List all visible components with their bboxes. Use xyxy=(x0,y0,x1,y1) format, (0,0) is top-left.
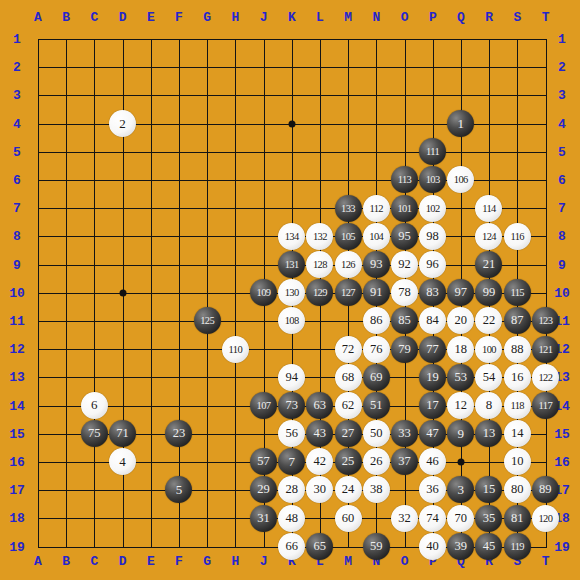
col-label-top-M: M xyxy=(344,11,352,24)
stone-R18-black: 35 xyxy=(475,505,502,532)
row-label-left-15: 15 xyxy=(9,427,25,440)
stone-P16-white: 46 xyxy=(419,448,446,475)
col-label-top-J: J xyxy=(260,11,268,24)
stone-J14-black: 107 xyxy=(250,392,277,419)
stone-O11-black: 85 xyxy=(391,307,418,334)
stone-N7-white: 112 xyxy=(363,195,390,222)
col-label-top-L: L xyxy=(316,11,324,24)
stone-L15-black: 43 xyxy=(306,420,333,447)
stone-T14-black: 117 xyxy=(532,392,559,419)
stone-K10-white: 130 xyxy=(278,279,305,306)
stone-Q11-white: 20 xyxy=(447,307,474,334)
stone-N10-black: 91 xyxy=(363,279,390,306)
stone-R17-black: 15 xyxy=(475,476,502,503)
stone-P15-black: 47 xyxy=(419,420,446,447)
col-label-top-C: C xyxy=(90,11,98,24)
stone-R14-white: 8 xyxy=(475,392,502,419)
row-label-left-7: 7 xyxy=(13,202,21,215)
stone-R11-white: 22 xyxy=(475,307,502,334)
stone-Q12-white: 18 xyxy=(447,336,474,363)
stone-T12-black: 121 xyxy=(532,336,559,363)
stone-S13-white: 16 xyxy=(504,364,531,391)
stone-L19-black: 65 xyxy=(306,533,333,560)
stone-N17-white: 38 xyxy=(363,476,390,503)
stone-O16-black: 37 xyxy=(391,448,418,475)
row-label-left-16: 16 xyxy=(9,456,25,469)
stone-R13-white: 54 xyxy=(475,364,502,391)
stone-P18-white: 74 xyxy=(419,505,446,532)
stone-K14-black: 73 xyxy=(278,392,305,419)
stone-N14-black: 51 xyxy=(363,392,390,419)
stone-P9-white: 96 xyxy=(419,251,446,278)
stone-P5-black: 111 xyxy=(419,138,446,165)
row-label-left-5: 5 xyxy=(13,145,21,158)
stone-O12-black: 79 xyxy=(391,336,418,363)
stone-O15-black: 33 xyxy=(391,420,418,447)
stones-layer: 1234567891012131415161718192021222324252… xyxy=(24,25,560,561)
stone-R15-black: 13 xyxy=(475,420,502,447)
col-label-top-E: E xyxy=(147,11,155,24)
stone-O6-black: 113 xyxy=(391,166,418,193)
row-label-left-13: 13 xyxy=(9,371,25,384)
stone-L16-white: 42 xyxy=(306,448,333,475)
stone-P11-white: 84 xyxy=(419,307,446,334)
stone-M17-white: 24 xyxy=(335,476,362,503)
col-label-top-S: S xyxy=(513,11,521,24)
stone-H12-white: 110 xyxy=(222,336,249,363)
stone-T18-white: 120 xyxy=(532,505,559,532)
stone-P6-black: 103 xyxy=(419,166,446,193)
stone-T13-white: 122 xyxy=(532,364,559,391)
col-label-top-T: T xyxy=(542,11,550,24)
stone-N12-white: 76 xyxy=(363,336,390,363)
stone-Q13-black: 53 xyxy=(447,364,474,391)
stone-D4-white: 2 xyxy=(109,110,136,137)
stone-D15-black: 71 xyxy=(109,420,136,447)
stone-L10-black: 129 xyxy=(306,279,333,306)
stone-P17-white: 36 xyxy=(419,476,446,503)
row-label-left-2: 2 xyxy=(13,61,21,74)
row-label-left-9: 9 xyxy=(13,258,21,271)
col-label-top-R: R xyxy=(485,11,493,24)
stone-C14-white: 6 xyxy=(81,392,108,419)
row-label-left-8: 8 xyxy=(13,230,21,243)
stone-K16-black: 7 xyxy=(278,448,305,475)
stone-S15-white: 14 xyxy=(504,420,531,447)
stone-K18-white: 48 xyxy=(278,505,305,532)
stone-R7-white: 114 xyxy=(475,195,502,222)
stone-Q10-black: 97 xyxy=(447,279,474,306)
row-label-left-18: 18 xyxy=(9,512,25,525)
col-label-top-A: A xyxy=(34,11,42,24)
stone-M13-white: 68 xyxy=(335,364,362,391)
col-label-top-B: B xyxy=(62,11,70,24)
stone-C15-black: 75 xyxy=(81,420,108,447)
col-label-top-P: P xyxy=(429,11,437,24)
stone-Q4-black: 1 xyxy=(447,110,474,137)
stone-L9-white: 128 xyxy=(306,251,333,278)
stone-M15-black: 27 xyxy=(335,420,362,447)
stone-N15-white: 50 xyxy=(363,420,390,447)
stone-S19-black: 119 xyxy=(504,533,531,560)
stone-J18-black: 31 xyxy=(250,505,277,532)
stone-G11-black: 125 xyxy=(194,307,221,334)
stone-R8-white: 124 xyxy=(475,223,502,250)
stone-O18-white: 32 xyxy=(391,505,418,532)
go-board[interactable]: AABBCCDDEEFFGGHHJJKKLLMMNNOOPPQQRRSSTT11… xyxy=(0,0,580,580)
stone-Q6-white: 106 xyxy=(447,166,474,193)
col-label-top-K: K xyxy=(288,11,296,24)
row-label-left-19: 19 xyxy=(9,540,25,553)
stone-R9-black: 21 xyxy=(475,251,502,278)
row-label-left-1: 1 xyxy=(13,33,21,46)
stone-J16-black: 57 xyxy=(250,448,277,475)
stone-P13-black: 19 xyxy=(419,364,446,391)
row-label-left-6: 6 xyxy=(13,174,21,187)
stone-J10-black: 109 xyxy=(250,279,277,306)
stone-M18-white: 60 xyxy=(335,505,362,532)
stone-M14-white: 62 xyxy=(335,392,362,419)
stone-K9-black: 131 xyxy=(278,251,305,278)
row-label-left-3: 3 xyxy=(13,89,21,102)
stone-M16-black: 25 xyxy=(335,448,362,475)
stone-S12-white: 88 xyxy=(504,336,531,363)
stone-F17-black: 5 xyxy=(165,476,192,503)
stone-T17-black: 89 xyxy=(532,476,559,503)
stone-M8-black: 105 xyxy=(335,223,362,250)
stone-R10-black: 99 xyxy=(475,279,502,306)
stone-N11-white: 86 xyxy=(363,307,390,334)
stone-S18-black: 81 xyxy=(504,505,531,532)
stone-O7-black: 101 xyxy=(391,195,418,222)
stone-K19-white: 66 xyxy=(278,533,305,560)
col-label-top-O: O xyxy=(401,11,409,24)
stone-O8-black: 95 xyxy=(391,223,418,250)
stone-S8-white: 116 xyxy=(504,223,531,250)
stone-J17-black: 29 xyxy=(250,476,277,503)
stone-R19-black: 45 xyxy=(475,533,502,560)
stone-S10-black: 115 xyxy=(504,279,531,306)
stone-R12-white: 100 xyxy=(475,336,502,363)
stone-F15-black: 23 xyxy=(165,420,192,447)
stone-P7-white: 102 xyxy=(419,195,446,222)
stone-O10-white: 78 xyxy=(391,279,418,306)
col-label-top-Q: Q xyxy=(457,11,465,24)
stone-M12-white: 72 xyxy=(335,336,362,363)
stone-M9-white: 126 xyxy=(335,251,362,278)
stone-P12-black: 77 xyxy=(419,336,446,363)
stone-L17-white: 30 xyxy=(306,476,333,503)
stone-P8-white: 98 xyxy=(419,223,446,250)
stone-P10-black: 83 xyxy=(419,279,446,306)
stone-Q19-black: 39 xyxy=(447,533,474,560)
row-label-left-17: 17 xyxy=(9,484,25,497)
stone-N19-black: 59 xyxy=(363,533,390,560)
stone-L8-white: 132 xyxy=(306,223,333,250)
row-label-left-14: 14 xyxy=(9,399,25,412)
stone-N16-white: 26 xyxy=(363,448,390,475)
stone-L14-black: 63 xyxy=(306,392,333,419)
stone-O9-white: 92 xyxy=(391,251,418,278)
stone-K11-white: 108 xyxy=(278,307,305,334)
row-label-left-12: 12 xyxy=(9,343,25,356)
stone-K15-white: 56 xyxy=(278,420,305,447)
stone-S16-white: 10 xyxy=(504,448,531,475)
stone-K13-white: 94 xyxy=(278,364,305,391)
stone-Q17-black: 3 xyxy=(447,476,474,503)
stone-Q14-white: 12 xyxy=(447,392,474,419)
stone-K17-white: 28 xyxy=(278,476,305,503)
row-label-left-10: 10 xyxy=(9,286,25,299)
stone-S11-black: 87 xyxy=(504,307,531,334)
stone-M7-black: 133 xyxy=(335,195,362,222)
row-label-left-4: 4 xyxy=(13,117,21,130)
col-label-top-G: G xyxy=(203,11,211,24)
stone-P14-black: 17 xyxy=(419,392,446,419)
stone-Q15-black: 9 xyxy=(447,420,474,447)
stone-P19-white: 40 xyxy=(419,533,446,560)
stone-M10-black: 127 xyxy=(335,279,362,306)
stone-K8-white: 134 xyxy=(278,223,305,250)
row-label-left-11: 11 xyxy=(9,315,25,328)
stone-T11-black: 123 xyxy=(532,307,559,334)
col-label-top-F: F xyxy=(175,11,183,24)
col-label-top-H: H xyxy=(231,11,239,24)
stone-N8-white: 104 xyxy=(363,223,390,250)
col-label-top-D: D xyxy=(119,11,127,24)
stone-Q18-white: 70 xyxy=(447,505,474,532)
stone-S17-white: 80 xyxy=(504,476,531,503)
stone-N13-black: 69 xyxy=(363,364,390,391)
stone-S14-white: 118 xyxy=(504,392,531,419)
stone-N9-black: 93 xyxy=(363,251,390,278)
stone-D16-white: 4 xyxy=(109,448,136,475)
col-label-top-N: N xyxy=(372,11,380,24)
